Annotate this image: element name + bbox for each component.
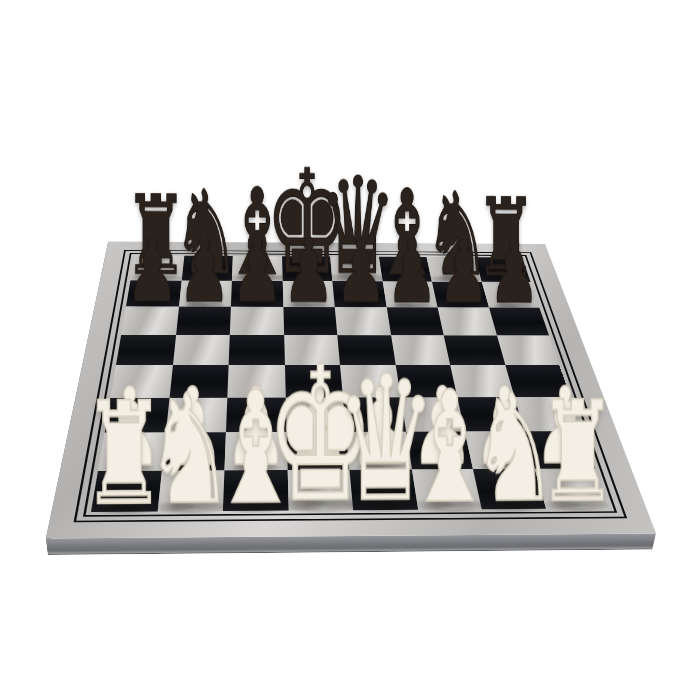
square-b7[interactable]: ♟ bbox=[179, 280, 232, 306]
square-b6[interactable] bbox=[176, 307, 231, 335]
piece-black-pawn-b7[interactable]: ♟ bbox=[178, 226, 231, 316]
piece-black-pawn-d7[interactable]: ♟ bbox=[283, 227, 336, 316]
square-f6[interactable] bbox=[386, 307, 443, 335]
square-f7[interactable]: ♟ bbox=[382, 281, 437, 307]
square-h1[interactable]: ♜ bbox=[534, 468, 609, 509]
square-a5[interactable] bbox=[116, 335, 176, 365]
square-g6[interactable] bbox=[438, 307, 497, 335]
square-h5[interactable] bbox=[496, 335, 559, 365]
chess-board: ♜♞♝♚♛♝♞♜♟♟♟♟♟♟♟♟♟♟♟♟♟♟♟♟♜♞♝♚♛♝♞♜ bbox=[46, 241, 656, 538]
border-pinstripe-outer: ♜♞♝♚♛♝♞♜♟♟♟♟♟♟♟♟♟♟♟♟♟♟♟♟♜♞♝♚♛♝♞♜ bbox=[74, 250, 628, 522]
board-grid: ♜♞♝♚♛♝♞♜♟♟♟♟♟♟♟♟♟♟♟♟♟♟♟♟♜♞♝♚♛♝♞♜ bbox=[91, 256, 609, 512]
chess-photo-scene: ♜♞♝♚♛♝♞♜♟♟♟♟♟♟♟♟♟♟♟♟♟♟♟♟♜♞♝♚♛♝♞♜ bbox=[0, 0, 700, 700]
square-g1[interactable]: ♞ bbox=[473, 469, 546, 510]
piece-black-pawn-e7[interactable]: ♟ bbox=[335, 227, 387, 316]
border-pinstripe-inner: ♜♞♝♚♛♝♞♜♟♟♟♟♟♟♟♟♟♟♟♟♟♟♟♟♜♞♝♚♛♝♞♜ bbox=[83, 253, 617, 517]
piece-white-rook-h1[interactable]: ♜ bbox=[537, 383, 618, 522]
piece-white-rook-a1[interactable]: ♜ bbox=[81, 383, 166, 526]
piece-black-pawn-c7[interactable]: ♟ bbox=[231, 226, 284, 315]
square-g7[interactable]: ♟ bbox=[432, 281, 489, 307]
square-a7[interactable]: ♟ bbox=[126, 280, 181, 306]
piece-black-pawn-g7[interactable]: ♟ bbox=[438, 228, 490, 316]
board-edge-front bbox=[46, 534, 656, 555]
square-h6[interactable] bbox=[489, 308, 549, 336]
square-a6[interactable] bbox=[121, 307, 178, 335]
piece-black-pawn-h7[interactable]: ♟ bbox=[489, 228, 541, 316]
square-e7[interactable]: ♟ bbox=[332, 281, 386, 307]
piece-black-pawn-f7[interactable]: ♟ bbox=[386, 227, 438, 316]
square-d7[interactable]: ♟ bbox=[282, 281, 334, 307]
piece-black-pawn-a7[interactable]: ♟ bbox=[125, 226, 178, 316]
square-c7[interactable]: ♟ bbox=[231, 281, 283, 307]
square-h7[interactable]: ♟ bbox=[481, 282, 539, 308]
